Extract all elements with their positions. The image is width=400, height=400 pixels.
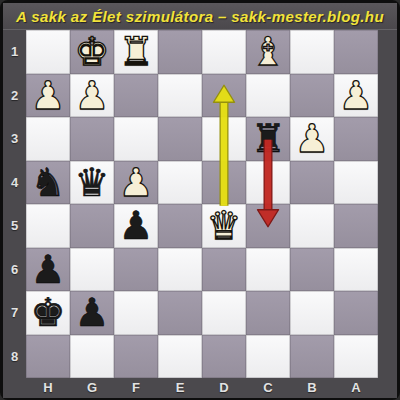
white-pawn[interactable]: ♟	[339, 76, 374, 115]
file-label-h: H	[26, 378, 70, 397]
white-pawn[interactable]: ♟	[295, 119, 330, 158]
rank-labels: 12345678	[3, 30, 26, 378]
square-e4[interactable]	[158, 161, 202, 205]
square-d6[interactable]	[202, 248, 246, 292]
white-rook[interactable]: ♜	[119, 32, 154, 71]
square-c1[interactable]: ♝	[246, 30, 290, 74]
rank-label-5: 5	[3, 204, 26, 248]
square-e6[interactable]	[158, 248, 202, 292]
square-b6[interactable]	[290, 248, 334, 292]
black-pawn[interactable]: ♟	[31, 250, 66, 289]
square-h2[interactable]: ♟	[26, 74, 70, 118]
square-a2[interactable]: ♟	[334, 74, 378, 118]
square-g8[interactable]	[70, 335, 114, 379]
square-g1[interactable]: ♚	[70, 30, 114, 74]
file-label-g: G	[70, 378, 114, 397]
square-e1[interactable]	[158, 30, 202, 74]
file-label-e: E	[158, 378, 202, 397]
square-a1[interactable]	[334, 30, 378, 74]
square-e7[interactable]	[158, 291, 202, 335]
square-h7[interactable]: ♚	[26, 291, 70, 335]
square-h4[interactable]: ♞	[26, 161, 70, 205]
square-e2[interactable]	[158, 74, 202, 118]
square-d4[interactable]	[202, 161, 246, 205]
square-f6[interactable]	[114, 248, 158, 292]
square-d3[interactable]	[202, 117, 246, 161]
square-f7[interactable]	[114, 291, 158, 335]
square-f2[interactable]	[114, 74, 158, 118]
square-a4[interactable]	[334, 161, 378, 205]
chess-app-window: A sakk az Élet szimulátora – sakk-mester…	[0, 0, 400, 400]
square-d7[interactable]	[202, 291, 246, 335]
rank-label-4: 4	[3, 161, 26, 205]
file-label-c: C	[246, 378, 290, 397]
square-h5[interactable]	[26, 204, 70, 248]
black-king[interactable]: ♚	[31, 293, 66, 332]
square-b8[interactable]	[290, 335, 334, 379]
square-c5[interactable]	[246, 204, 290, 248]
square-a8[interactable]	[334, 335, 378, 379]
white-pawn[interactable]: ♟	[119, 163, 154, 202]
square-h3[interactable]	[26, 117, 70, 161]
page-title: A sakk az Élet szimulátora – sakk-mester…	[16, 8, 384, 25]
square-d8[interactable]	[202, 335, 246, 379]
file-label-a: A	[334, 378, 378, 397]
square-e5[interactable]	[158, 204, 202, 248]
rank-label-3: 3	[3, 117, 26, 161]
square-g3[interactable]	[70, 117, 114, 161]
square-f3[interactable]	[114, 117, 158, 161]
file-label-d: D	[202, 378, 246, 397]
square-b1[interactable]	[290, 30, 334, 74]
black-knight[interactable]: ♞	[31, 163, 66, 202]
rank-label-6: 6	[3, 248, 26, 292]
square-h6[interactable]: ♟	[26, 248, 70, 292]
square-g6[interactable]	[70, 248, 114, 292]
square-e3[interactable]	[158, 117, 202, 161]
file-label-b: B	[290, 378, 334, 397]
square-h1[interactable]	[26, 30, 70, 74]
rank-label-8: 8	[3, 335, 26, 379]
square-d5[interactable]: ♛	[202, 204, 246, 248]
square-a6[interactable]	[334, 248, 378, 292]
square-a5[interactable]	[334, 204, 378, 248]
rank-label-7: 7	[3, 291, 26, 335]
square-c6[interactable]	[246, 248, 290, 292]
white-pawn[interactable]: ♟	[31, 76, 66, 115]
black-pawn[interactable]: ♟	[119, 206, 154, 245]
square-c4[interactable]	[246, 161, 290, 205]
square-g7[interactable]: ♟	[70, 291, 114, 335]
square-d2[interactable]	[202, 74, 246, 118]
square-b2[interactable]	[290, 74, 334, 118]
square-f5[interactable]: ♟	[114, 204, 158, 248]
square-g2[interactable]: ♟	[70, 74, 114, 118]
square-f4[interactable]: ♟	[114, 161, 158, 205]
square-c7[interactable]	[246, 291, 290, 335]
black-queen[interactable]: ♛	[75, 163, 110, 202]
file-label-f: F	[114, 378, 158, 397]
square-b3[interactable]: ♟	[290, 117, 334, 161]
square-f8[interactable]	[114, 335, 158, 379]
square-d1[interactable]	[202, 30, 246, 74]
white-pawn[interactable]: ♟	[75, 76, 110, 115]
square-c2[interactable]	[246, 74, 290, 118]
square-c8[interactable]	[246, 335, 290, 379]
square-c3[interactable]: ♜	[246, 117, 290, 161]
white-queen[interactable]: ♛	[207, 206, 242, 245]
rank-label-2: 2	[3, 74, 26, 118]
black-rook[interactable]: ♜	[251, 119, 286, 158]
square-g4[interactable]: ♛	[70, 161, 114, 205]
white-bishop[interactable]: ♝	[251, 32, 286, 71]
white-king[interactable]: ♚	[75, 32, 110, 71]
black-pawn[interactable]: ♟	[75, 293, 110, 332]
square-g5[interactable]	[70, 204, 114, 248]
square-a3[interactable]	[334, 117, 378, 161]
file-labels: HGFEDCBA	[26, 378, 378, 397]
square-b5[interactable]	[290, 204, 334, 248]
square-h8[interactable]	[26, 335, 70, 379]
rank-label-1: 1	[3, 30, 26, 74]
square-a7[interactable]	[334, 291, 378, 335]
chess-board[interactable]: ♚♜♝♟♟♟♜♟♞♛♟♟♛♟♚♟	[26, 30, 378, 378]
square-f1[interactable]: ♜	[114, 30, 158, 74]
square-b7[interactable]	[290, 291, 334, 335]
square-b4[interactable]	[290, 161, 334, 205]
square-e8[interactable]	[158, 335, 202, 379]
title-bar: A sakk az Élet szimulátora – sakk-mester…	[3, 3, 397, 29]
